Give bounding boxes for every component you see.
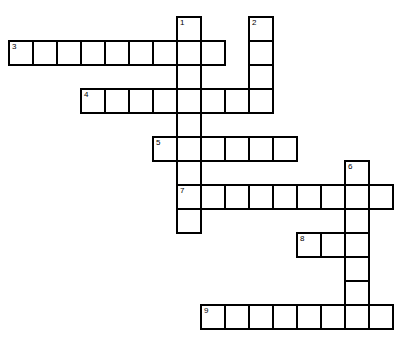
crossword-cell-r1c8[interactable] xyxy=(200,40,226,66)
crossword-cell-r9c14[interactable] xyxy=(344,232,370,258)
crossword-cell-r12c13[interactable] xyxy=(320,304,346,330)
crossword-cell-r7c11[interactable] xyxy=(272,184,298,210)
crossword-cell-r3c9[interactable] xyxy=(224,88,250,114)
crossword-cell-r12c8[interactable]: 9 xyxy=(200,304,226,330)
crossword-cell-r8c14[interactable] xyxy=(344,208,370,234)
clue-number-3: 3 xyxy=(12,42,16,51)
crossword-cell-r2c10[interactable] xyxy=(248,64,274,90)
clue-number-8: 8 xyxy=(300,234,304,243)
crossword-cell-r7c12[interactable] xyxy=(296,184,322,210)
crossword-cell-r5c6[interactable]: 5 xyxy=(152,136,178,162)
crossword-cell-r3c5[interactable] xyxy=(128,88,154,114)
crossword-cell-r3c10[interactable] xyxy=(248,88,274,114)
crossword-cell-r1c1[interactable] xyxy=(32,40,58,66)
crossword-cell-r7c9[interactable] xyxy=(224,184,250,210)
crossword-cell-r1c5[interactable] xyxy=(128,40,154,66)
crossword-cell-r2c7[interactable] xyxy=(176,64,202,90)
crossword-cell-r6c14[interactable]: 6 xyxy=(344,160,370,186)
crossword-cell-r5c8[interactable] xyxy=(200,136,226,162)
crossword-cell-r3c7[interactable] xyxy=(176,88,202,114)
crossword-cell-r1c0[interactable]: 3 xyxy=(8,40,34,66)
clue-number-1: 1 xyxy=(180,18,184,27)
crossword-cell-r1c4[interactable] xyxy=(104,40,130,66)
clue-number-9: 9 xyxy=(204,306,208,315)
clue-number-2: 2 xyxy=(252,18,256,27)
crossword-grid: 123456789 xyxy=(8,16,394,330)
crossword-cell-r4c7[interactable] xyxy=(176,112,202,138)
crossword-cell-r1c2[interactable] xyxy=(56,40,82,66)
crossword-cell-r12c9[interactable] xyxy=(224,304,250,330)
crossword-cell-r1c3[interactable] xyxy=(80,40,106,66)
crossword-cell-r5c7[interactable] xyxy=(176,136,202,162)
crossword-cell-r3c6[interactable] xyxy=(152,88,178,114)
crossword-cell-r9c12[interactable]: 8 xyxy=(296,232,322,258)
crossword-cell-r5c10[interactable] xyxy=(248,136,274,162)
crossword-cell-r7c7[interactable]: 7 xyxy=(176,184,202,210)
crossword-cell-r12c14[interactable] xyxy=(344,304,370,330)
crossword-cell-r0c7[interactable]: 1 xyxy=(176,16,202,42)
clue-number-5: 5 xyxy=(156,138,160,147)
crossword-cell-r7c8[interactable] xyxy=(200,184,226,210)
crossword-cell-r12c12[interactable] xyxy=(296,304,322,330)
clue-number-4: 4 xyxy=(84,90,88,99)
crossword-cell-r12c10[interactable] xyxy=(248,304,274,330)
crossword-cell-r0c10[interactable]: 2 xyxy=(248,16,274,42)
crossword-cell-r6c7[interactable] xyxy=(176,160,202,186)
crossword-cell-r1c10[interactable] xyxy=(248,40,274,66)
clue-number-7: 7 xyxy=(180,186,184,195)
crossword-cell-r3c4[interactable] xyxy=(104,88,130,114)
crossword-cell-r11c14[interactable] xyxy=(344,280,370,306)
crossword-cell-r1c6[interactable] xyxy=(152,40,178,66)
crossword-cell-r8c7[interactable] xyxy=(176,208,202,234)
crossword-cell-r7c14[interactable] xyxy=(344,184,370,210)
crossword-cell-r7c15[interactable] xyxy=(368,184,394,210)
crossword-cell-r7c13[interactable] xyxy=(320,184,346,210)
crossword-cell-r7c10[interactable] xyxy=(248,184,274,210)
crossword-cell-r1c7[interactable] xyxy=(176,40,202,66)
clue-number-6: 6 xyxy=(348,162,352,171)
crossword-cell-r5c11[interactable] xyxy=(272,136,298,162)
crossword-cell-r9c13[interactable] xyxy=(320,232,346,258)
crossword-cell-r3c3[interactable]: 4 xyxy=(80,88,106,114)
crossword-cell-r10c14[interactable] xyxy=(344,256,370,282)
crossword-cell-r12c11[interactable] xyxy=(272,304,298,330)
crossword-cell-r3c8[interactable] xyxy=(200,88,226,114)
crossword-cell-r5c9[interactable] xyxy=(224,136,250,162)
crossword-cell-r12c15[interactable] xyxy=(368,304,394,330)
